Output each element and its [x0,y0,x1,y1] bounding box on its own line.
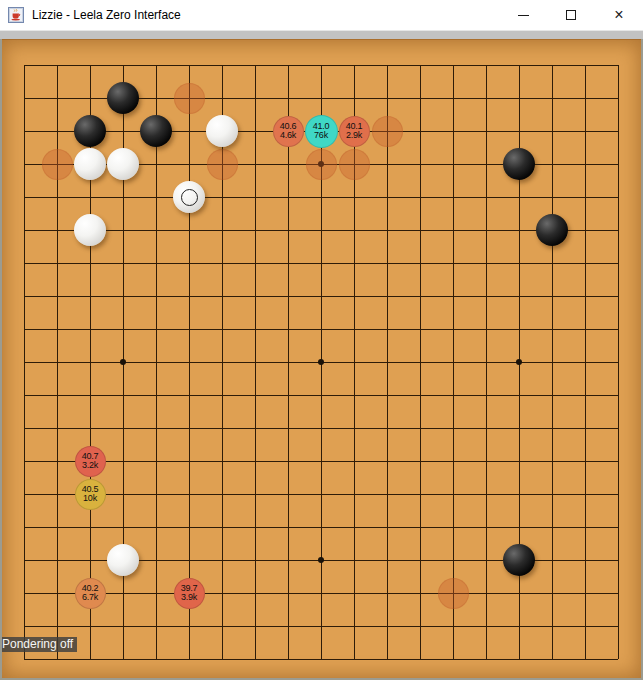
close-button[interactable]: × [595,0,643,30]
go-board[interactable]: Pondering off 40.64.6k41.076k40.12.9k40.… [0,39,643,680]
last-move-marker [181,189,198,206]
stone-black-q4 [503,544,535,576]
candidate-move-l17[interactable]: 40.12.9k [339,116,370,147]
pondering-status: Pondering off [0,637,77,652]
stone-white-c16 [74,148,106,180]
candidate-move-c3[interactable]: 40.26.7k [75,578,106,609]
star-point [318,359,324,365]
star-point [516,359,522,365]
visits-text: 6.7k [82,593,98,603]
visits-text: 4.6k [280,131,296,141]
candidate-move-k17[interactable]: 41.076k [305,115,338,148]
visits-text: 3.2k [82,461,98,471]
window-edge-left [0,39,2,680]
star-point [318,557,324,563]
visits-text: 3.9k [181,593,197,603]
star-point [120,359,126,365]
lizzie-window: Lizzie - Leela Zero Interface × Ponderin… [0,0,643,680]
maximize-button[interactable] [547,0,595,30]
stone-black-r14 [536,214,568,246]
candidate-move-faint-g16[interactable] [207,149,238,180]
candidate-move-faint-k16[interactable] [306,149,337,180]
candidate-move-c6[interactable]: 40.510k [75,479,106,510]
candidate-move-faint-f18[interactable] [174,83,205,114]
candidate-move-faint-o3[interactable] [438,578,469,609]
window-top-strip [0,31,643,39]
window-controls: × [499,0,643,30]
candidate-move-c7[interactable]: 40.73.2k [75,446,106,477]
window-title: Lizzie - Leela Zero Interface [32,8,181,22]
java-coffee-icon [8,7,24,23]
stone-black-c17 [74,115,106,147]
candidate-move-faint-l16[interactable] [339,149,370,180]
minimize-icon [518,15,529,16]
candidate-move-f3[interactable]: 39.73.9k [174,578,205,609]
visits-text: 2.9k [346,131,362,141]
visits-text: 10k [83,494,97,504]
stone-black-e17 [140,115,172,147]
stone-white-g17 [206,115,238,147]
stone-black-q16 [503,148,535,180]
stone-white-c14 [74,214,106,246]
close-icon: × [614,7,623,23]
minimize-button[interactable] [499,0,547,30]
candidate-move-faint-b16[interactable] [42,149,73,180]
candidate-move-faint-m17[interactable] [372,116,403,147]
maximize-icon [566,10,576,20]
stone-black-d18 [107,82,139,114]
stone-white-d16 [107,148,139,180]
window-titlebar[interactable]: Lizzie - Leela Zero Interface × [0,0,643,31]
stone-white-d4 [107,544,139,576]
candidate-move-j17[interactable]: 40.64.6k [273,116,304,147]
stone-white-f15 [173,181,205,213]
visits-text: 76k [314,131,328,141]
